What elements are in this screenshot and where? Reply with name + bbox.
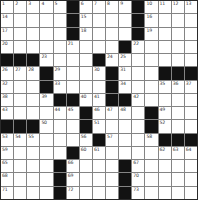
grid-cell[interactable]: 41	[93, 94, 105, 106]
black-cell	[119, 187, 131, 199]
grid-cell[interactable]	[172, 187, 184, 199]
grid-cell[interactable]	[185, 120, 197, 132]
grid-cell[interactable]	[159, 160, 171, 172]
grid-cell[interactable]: 46	[93, 107, 105, 119]
grid-cell[interactable]	[27, 107, 39, 119]
grid-cell[interactable]	[159, 94, 171, 106]
black-cell	[185, 134, 197, 146]
clue-number: 66	[68, 160, 73, 165]
clue-number: 47	[107, 107, 112, 112]
clue-number: 39	[41, 94, 46, 99]
grid-cell[interactable]	[80, 81, 92, 93]
grid-cell[interactable]	[14, 81, 26, 93]
clue-number: 4	[41, 1, 44, 6]
clue-number: 20	[2, 41, 7, 46]
grid-cell[interactable]	[40, 187, 52, 199]
grid-cell[interactable]	[54, 41, 66, 53]
clue-number: 70	[133, 173, 138, 178]
black-cell	[40, 81, 52, 93]
grid-cell[interactable]: 16	[145, 14, 157, 26]
clue-number: 30	[94, 67, 99, 72]
grid-cell[interactable]: 15	[80, 14, 92, 26]
grid-cell[interactable]: 44	[54, 107, 66, 119]
grid-cell[interactable]	[145, 94, 157, 106]
grid-cell[interactable]: 20	[1, 41, 13, 53]
grid-cell[interactable]	[14, 94, 26, 106]
grid-cell[interactable]: 8	[106, 1, 118, 13]
grid-cell[interactable]	[145, 54, 157, 66]
black-cell	[67, 147, 79, 159]
clue-number: 45	[68, 107, 73, 112]
clue-number: 46	[94, 107, 99, 112]
grid-cell[interactable]	[80, 54, 92, 66]
black-cell	[1, 120, 13, 132]
clue-number: 25	[120, 54, 125, 59]
grid-cell[interactable]	[172, 41, 184, 53]
grid-cell[interactable]: 71	[1, 187, 13, 199]
grid-cell[interactable]: 13	[185, 1, 197, 13]
clue-number: 7	[94, 1, 97, 6]
grid-cell[interactable]: 3	[27, 1, 39, 13]
grid-cell[interactable]: 6	[80, 1, 92, 13]
black-cell	[1, 54, 13, 66]
grid-cell[interactable]	[40, 147, 52, 159]
grid-cell[interactable]	[14, 160, 26, 172]
grid-cell[interactable]: 56	[80, 134, 92, 146]
clue-number: 23	[41, 54, 46, 59]
grid-cell[interactable]: 68	[1, 173, 13, 185]
grid-cell[interactable]: 11	[159, 1, 171, 13]
black-cell	[132, 1, 144, 13]
grid-cell[interactable]	[106, 41, 118, 53]
grid-cell[interactable]	[132, 54, 144, 66]
grid-cell[interactable]: 63	[172, 147, 184, 159]
grid-cell[interactable]	[106, 147, 118, 159]
black-cell	[67, 14, 79, 26]
clue-number: 3	[28, 1, 31, 6]
grid-cell[interactable]	[172, 173, 184, 185]
clue-number: 40	[81, 94, 86, 99]
grid-cell[interactable]	[185, 187, 197, 199]
grid-cell[interactable]: 19	[145, 28, 157, 40]
grid-cell[interactable]: 69	[67, 173, 79, 185]
grid-cell[interactable]: 40	[80, 94, 92, 106]
grid-cell[interactable]: 73	[132, 187, 144, 199]
grid-cell[interactable]	[159, 28, 171, 40]
clue-number: 58	[146, 134, 151, 139]
clue-number: 31	[120, 67, 125, 72]
clue-number: 26	[2, 67, 7, 72]
grid-cell[interactable]	[93, 81, 105, 93]
black-cell	[14, 54, 26, 66]
black-cell	[145, 107, 157, 119]
grid-cell[interactable]	[80, 67, 92, 79]
clue-number: 41	[94, 94, 99, 99]
grid-cell[interactable]: 24	[106, 54, 118, 66]
clue-number: 6	[81, 1, 84, 6]
grid-cell[interactable]: 12	[172, 1, 184, 13]
grid-cell[interactable]: 60	[80, 147, 92, 159]
clue-number: 73	[133, 187, 138, 192]
clue-number: 68	[2, 173, 7, 178]
grid-cell[interactable]: 57	[106, 134, 118, 146]
clue-number: 38	[2, 94, 7, 99]
clue-number: 17	[2, 28, 7, 33]
grid-cell[interactable]: 43	[1, 107, 13, 119]
grid-cell[interactable]	[67, 134, 79, 146]
clue-number: 57	[107, 134, 112, 139]
grid-cell[interactable]	[80, 160, 92, 172]
grid-cell[interactable]	[185, 14, 197, 26]
grid-cell[interactable]	[172, 120, 184, 132]
grid-cell[interactable]	[54, 147, 66, 159]
grid-cell[interactable]	[14, 173, 26, 185]
clue-number: 22	[133, 41, 138, 46]
grid-cell[interactable]	[145, 187, 157, 199]
grid-cell[interactable]: 26	[1, 67, 13, 79]
black-cell	[172, 134, 184, 146]
clue-number: 24	[107, 54, 112, 59]
grid-cell[interactable]: 38	[1, 94, 13, 106]
clue-number: 44	[55, 107, 60, 112]
clue-number: 48	[120, 107, 125, 112]
black-cell	[93, 134, 105, 146]
grid-cell[interactable]	[132, 134, 144, 146]
grid-cell[interactable]: 7	[93, 1, 105, 13]
grid-cell[interactable]	[106, 187, 118, 199]
clue-number: 2	[15, 1, 18, 6]
grid-cell[interactable]: 66	[67, 160, 79, 172]
grid-cell[interactable]	[40, 41, 52, 53]
clue-number: 19	[146, 28, 151, 33]
grid-cell[interactable]	[27, 41, 39, 53]
crossword-grid: 1234567891011121314151617181920212223242…	[0, 0, 198, 200]
grid-cell[interactable]	[172, 54, 184, 66]
clue-number: 59	[2, 147, 7, 152]
grid-cell[interactable]	[93, 187, 105, 199]
clue-number: 60	[81, 147, 86, 152]
grid-cell[interactable]: 67	[132, 160, 144, 172]
black-cell	[67, 1, 79, 13]
grid-cell[interactable]: 61	[93, 147, 105, 159]
grid-cell[interactable]	[159, 173, 171, 185]
clue-number: 53	[2, 134, 7, 139]
clue-number: 65	[2, 160, 7, 165]
black-cell	[67, 28, 79, 40]
grid-cell[interactable]	[119, 14, 131, 26]
clue-number: 69	[68, 173, 73, 178]
black-cell	[27, 54, 39, 66]
grid-cell[interactable]	[106, 160, 118, 172]
grid-cell[interactable]: 58	[145, 134, 157, 146]
clue-number: 15	[81, 14, 86, 19]
grid-cell[interactable]: 42	[132, 94, 144, 106]
grid-cell[interactable]: 64	[185, 147, 197, 159]
grid-cell[interactable]: 62	[159, 147, 171, 159]
clue-number: 50	[41, 120, 46, 125]
grid-cell[interactable]	[159, 187, 171, 199]
clue-number: 1	[2, 1, 5, 6]
grid-cell[interactable]	[119, 147, 131, 159]
grid-cell[interactable]	[185, 41, 197, 53]
grid-cell[interactable]: 65	[1, 160, 13, 172]
grid-cell[interactable]: 72	[67, 187, 79, 199]
grid-cell[interactable]	[80, 173, 92, 185]
grid-cell[interactable]: 49	[159, 107, 171, 119]
grid-cell[interactable]	[159, 14, 171, 26]
grid-cell[interactable]: 39	[40, 94, 52, 106]
black-cell	[54, 187, 66, 199]
grid-cell[interactable]	[119, 134, 131, 146]
grid-cell[interactable]: 14	[1, 14, 13, 26]
clue-number: 55	[28, 134, 33, 139]
grid-cell[interactable]	[106, 14, 118, 26]
clue-number: 11	[160, 1, 165, 6]
grid-cell[interactable]	[132, 81, 144, 93]
grid-cell[interactable]: 25	[119, 54, 131, 66]
grid-cell[interactable]	[132, 67, 144, 79]
black-cell	[119, 160, 131, 172]
clue-number: 36	[173, 81, 178, 86]
grid-cell[interactable]: 34	[119, 81, 131, 93]
grid-cell[interactable]: 45	[67, 107, 79, 119]
clue-number: 52	[160, 120, 165, 125]
grid-cell[interactable]	[172, 94, 184, 106]
black-cell	[159, 134, 171, 146]
grid-cell[interactable]: 1	[1, 1, 13, 13]
black-cell	[54, 173, 66, 185]
clue-number: 29	[55, 67, 60, 72]
clue-number: 56	[81, 134, 86, 139]
grid-cell[interactable]	[145, 147, 157, 159]
grid-cell[interactable]: 17	[1, 28, 13, 40]
black-cell	[106, 67, 118, 79]
grid-cell[interactable]	[54, 54, 66, 66]
clue-number: 21	[68, 41, 73, 46]
grid-cell[interactable]	[40, 28, 52, 40]
grid-cell[interactable]	[80, 187, 92, 199]
black-cell	[27, 120, 39, 132]
grid-cell[interactable]: 29	[54, 67, 66, 79]
grid-cell[interactable]	[14, 14, 26, 26]
grid-cell[interactable]: 27	[14, 67, 26, 79]
black-cell	[159, 67, 171, 79]
clue-number: 42	[133, 94, 138, 99]
grid-cell[interactable]	[54, 28, 66, 40]
grid-cell[interactable]	[132, 147, 144, 159]
grid-cell[interactable]	[159, 54, 171, 66]
grid-cell[interactable]: 53	[1, 134, 13, 146]
grid-cell[interactable]	[27, 147, 39, 159]
grid-cell[interactable]	[27, 14, 39, 26]
clue-number: 27	[15, 67, 20, 72]
clue-number: 33	[55, 81, 60, 86]
grid-cell[interactable]	[145, 41, 157, 53]
grid-cell[interactable]: 70	[132, 173, 144, 185]
grid-cell[interactable]	[80, 41, 92, 53]
clue-number: 49	[160, 107, 165, 112]
black-cell	[172, 67, 184, 79]
grid-cell[interactable]	[159, 41, 171, 53]
grid-cell[interactable]: 59	[1, 147, 13, 159]
black-cell	[14, 120, 26, 132]
grid-cell[interactable]: 23	[40, 54, 52, 66]
black-cell	[119, 41, 131, 53]
black-cell	[80, 107, 92, 119]
grid-cell[interactable]	[185, 94, 197, 106]
grid-cell[interactable]	[132, 107, 144, 119]
black-cell	[145, 120, 157, 132]
clue-number: 28	[28, 67, 33, 72]
grid-cell[interactable]	[40, 173, 52, 185]
grid-cell[interactable]: 21	[67, 41, 79, 53]
black-cell	[132, 28, 144, 40]
clue-number: 63	[173, 147, 178, 152]
grid-cell[interactable]: 48	[119, 107, 131, 119]
grid-cell[interactable]: 36	[172, 81, 184, 93]
grid-cell[interactable]	[67, 81, 79, 93]
grid-cell[interactable]	[40, 160, 52, 172]
grid-cell[interactable]: 9	[119, 1, 131, 13]
grid-cell[interactable]: 37	[185, 81, 197, 93]
clue-number: 16	[146, 14, 151, 19]
grid-cell[interactable]	[67, 67, 79, 79]
clue-number: 5	[55, 1, 58, 6]
grid-cell[interactable]	[119, 28, 131, 40]
grid-cell[interactable]: 22	[132, 41, 144, 53]
grid-cell[interactable]: 47	[106, 107, 118, 119]
grid-cell[interactable]	[14, 107, 26, 119]
grid-cell[interactable]: 10	[145, 1, 157, 13]
clue-number: 71	[2, 187, 7, 192]
clue-number: 64	[186, 147, 191, 152]
clue-number: 12	[173, 1, 178, 6]
black-cell	[106, 94, 118, 106]
grid-cell[interactable]	[14, 187, 26, 199]
grid-cell[interactable]	[106, 120, 118, 132]
black-cell	[106, 81, 118, 93]
grid-cell[interactable]	[132, 120, 144, 132]
clue-number: 18	[81, 28, 86, 33]
grid-cell[interactable]	[93, 41, 105, 53]
grid-cell[interactable]: 2	[14, 1, 26, 13]
grid-cell[interactable]: 55	[27, 134, 39, 146]
clue-number: 37	[186, 81, 191, 86]
black-cell	[119, 173, 131, 185]
grid-cell[interactable]	[27, 28, 39, 40]
grid-cell[interactable]	[106, 173, 118, 185]
clue-number: 61	[94, 147, 99, 152]
black-cell	[93, 54, 105, 66]
grid-cell[interactable]	[93, 28, 105, 40]
grid-cell[interactable]	[40, 107, 52, 119]
grid-cell[interactable]	[93, 160, 105, 172]
grid-cell[interactable]	[106, 28, 118, 40]
clue-number: 43	[2, 107, 7, 112]
grid-cell[interactable]: 54	[14, 134, 26, 146]
grid-cell[interactable]	[172, 14, 184, 26]
grid-cell[interactable]: 31	[119, 67, 131, 79]
grid-cell[interactable]	[54, 120, 66, 132]
black-cell	[54, 160, 66, 172]
grid-cell[interactable]	[27, 94, 39, 106]
clue-number: 67	[133, 160, 138, 165]
clue-number: 51	[94, 120, 99, 125]
grid-cell[interactable]: 35	[159, 81, 171, 93]
black-cell	[185, 67, 197, 79]
grid-cell[interactable]	[27, 173, 39, 185]
grid-cell[interactable]	[172, 160, 184, 172]
grid-cell[interactable]	[145, 81, 157, 93]
grid-cell[interactable]: 5	[54, 1, 66, 13]
clue-number: 32	[2, 81, 7, 86]
black-cell	[67, 94, 79, 106]
black-cell	[132, 14, 144, 26]
grid-cell[interactable]	[185, 160, 197, 172]
grid-cell[interactable]	[27, 81, 39, 93]
clue-number: 72	[68, 187, 73, 192]
grid-cell[interactable]	[145, 173, 157, 185]
grid-cell[interactable]	[172, 107, 184, 119]
clue-number: 10	[146, 1, 151, 6]
grid-cell[interactable]	[185, 54, 197, 66]
black-cell	[54, 94, 66, 106]
grid-cell[interactable]: 30	[93, 67, 105, 79]
grid-cell[interactable]	[67, 54, 79, 66]
grid-cell[interactable]	[14, 41, 26, 53]
grid-cell[interactable]	[145, 160, 157, 172]
grid-cell[interactable]	[185, 173, 197, 185]
clue-number: 54	[15, 134, 20, 139]
clue-number: 8	[107, 1, 110, 6]
grid-cell[interactable]	[145, 67, 157, 79]
grid-cell[interactable]: 28	[27, 67, 39, 79]
clue-number: 34	[120, 81, 125, 86]
grid-cell[interactable]: 51	[93, 120, 105, 132]
grid-cell[interactable]	[54, 14, 66, 26]
grid-cell[interactable]: 52	[159, 120, 171, 132]
grid-cell[interactable]: 4	[40, 1, 52, 13]
grid-cell[interactable]: 33	[54, 81, 66, 93]
clue-number: 14	[2, 14, 7, 19]
black-cell	[40, 67, 52, 79]
grid-cell[interactable]: 18	[80, 28, 92, 40]
grid-cell[interactable]	[27, 187, 39, 199]
grid-cell[interactable]	[14, 147, 26, 159]
grid-cell[interactable]	[27, 160, 39, 172]
clue-number: 35	[160, 81, 165, 86]
grid-cell[interactable]	[119, 120, 131, 132]
grid-cell[interactable]	[185, 28, 197, 40]
grid-cell[interactable]: 50	[40, 120, 52, 132]
black-cell	[119, 94, 131, 106]
grid-cell[interactable]	[54, 134, 66, 146]
grid-cell[interactable]	[67, 120, 79, 132]
grid-cell[interactable]	[93, 173, 105, 185]
clue-number: 62	[160, 147, 165, 152]
grid-cell[interactable]: 32	[1, 81, 13, 93]
grid-cell[interactable]	[172, 28, 184, 40]
grid-cell[interactable]	[14, 28, 26, 40]
grid-cell[interactable]	[40, 134, 52, 146]
clue-number: 9	[120, 1, 123, 6]
grid-cell[interactable]	[40, 14, 52, 26]
black-cell	[80, 120, 92, 132]
grid-cell[interactable]	[93, 14, 105, 26]
grid-cell[interactable]	[185, 107, 197, 119]
clue-number: 13	[186, 1, 191, 6]
